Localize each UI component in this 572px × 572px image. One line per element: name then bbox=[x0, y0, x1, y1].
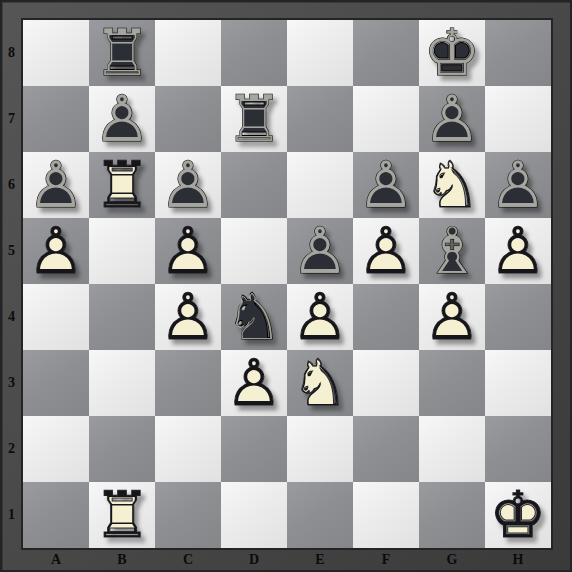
black-pawn-detail: ♙ bbox=[485, 152, 551, 218]
file-labels: ABCDEFGH bbox=[23, 548, 551, 572]
square-a7[interactable] bbox=[23, 86, 89, 152]
square-h6[interactable]: ♟♙ bbox=[485, 152, 551, 218]
rank-label-3: 3 bbox=[0, 350, 23, 416]
square-d5[interactable] bbox=[221, 218, 287, 284]
square-g4[interactable]: ♟♙ bbox=[419, 284, 485, 350]
rank-labels: 87654321 bbox=[0, 20, 23, 548]
square-f5[interactable]: ♟♙ bbox=[353, 218, 419, 284]
square-g7[interactable]: ♟♙ bbox=[419, 86, 485, 152]
square-a3[interactable] bbox=[23, 350, 89, 416]
square-e2[interactable] bbox=[287, 416, 353, 482]
square-e4[interactable]: ♟♙ bbox=[287, 284, 353, 350]
white-pawn-detail: ♙ bbox=[287, 284, 353, 350]
rank-label-5: 5 bbox=[0, 218, 23, 284]
square-b6[interactable]: ♜♖ bbox=[89, 152, 155, 218]
square-e1[interactable] bbox=[287, 482, 353, 548]
white-pawn-detail: ♙ bbox=[23, 218, 89, 284]
white-king-detail: ♔ bbox=[485, 482, 551, 548]
square-b2[interactable] bbox=[89, 416, 155, 482]
black-knight[interactable]: ♞♘ bbox=[221, 284, 287, 350]
black-rook[interactable]: ♜♖ bbox=[89, 20, 155, 86]
black-bishop[interactable]: ♝♗ bbox=[419, 218, 485, 284]
square-b7[interactable]: ♟♙ bbox=[89, 86, 155, 152]
black-king[interactable]: ♚♔ bbox=[419, 20, 485, 86]
rank-label-6: 6 bbox=[0, 152, 23, 218]
square-h1[interactable]: ♚♔ bbox=[485, 482, 551, 548]
square-f3[interactable] bbox=[353, 350, 419, 416]
square-b4[interactable] bbox=[89, 284, 155, 350]
square-e5[interactable]: ♟♙ bbox=[287, 218, 353, 284]
white-rook-detail: ♖ bbox=[89, 482, 155, 548]
square-a6[interactable]: ♟♙ bbox=[23, 152, 89, 218]
black-rook-detail: ♖ bbox=[89, 20, 155, 86]
white-rook[interactable]: ♜♖ bbox=[89, 152, 155, 218]
square-d2[interactable] bbox=[221, 416, 287, 482]
square-c6[interactable]: ♟♙ bbox=[155, 152, 221, 218]
square-a5[interactable]: ♟♙ bbox=[23, 218, 89, 284]
black-pawn[interactable]: ♟♙ bbox=[23, 152, 89, 218]
white-pawn-detail: ♙ bbox=[221, 350, 287, 416]
square-f4[interactable] bbox=[353, 284, 419, 350]
square-f8[interactable] bbox=[353, 20, 419, 86]
square-h4[interactable] bbox=[485, 284, 551, 350]
square-f2[interactable] bbox=[353, 416, 419, 482]
square-a1[interactable] bbox=[23, 482, 89, 548]
white-knight-detail: ♘ bbox=[419, 152, 485, 218]
rank-label-4: 4 bbox=[0, 284, 23, 350]
white-pawn[interactable]: ♟♙ bbox=[155, 284, 221, 350]
white-king[interactable]: ♚♔ bbox=[485, 482, 551, 548]
square-h8[interactable] bbox=[485, 20, 551, 86]
white-pawn-detail: ♙ bbox=[155, 284, 221, 350]
square-e7[interactable] bbox=[287, 86, 353, 152]
square-d6[interactable] bbox=[221, 152, 287, 218]
square-b3[interactable] bbox=[89, 350, 155, 416]
white-rook[interactable]: ♜♖ bbox=[89, 482, 155, 548]
square-a8[interactable] bbox=[23, 20, 89, 86]
square-a2[interactable] bbox=[23, 416, 89, 482]
square-b8[interactable]: ♜♖ bbox=[89, 20, 155, 86]
chess-diagram: { "game": "chess", "position": { "fen": … bbox=[0, 0, 572, 572]
file-label-a: A bbox=[23, 548, 89, 572]
white-pawn-detail: ♙ bbox=[485, 218, 551, 284]
square-e8[interactable] bbox=[287, 20, 353, 86]
black-pawn[interactable]: ♟♙ bbox=[155, 152, 221, 218]
square-d3[interactable]: ♟♙ bbox=[221, 350, 287, 416]
white-knight-detail: ♘ bbox=[287, 350, 353, 416]
black-pawn[interactable]: ♟♙ bbox=[419, 86, 485, 152]
square-d7[interactable]: ♜♖ bbox=[221, 86, 287, 152]
square-h5[interactable]: ♟♙ bbox=[485, 218, 551, 284]
square-g6[interactable]: ♞♘ bbox=[419, 152, 485, 218]
square-f6[interactable]: ♟♙ bbox=[353, 152, 419, 218]
square-f7[interactable] bbox=[353, 86, 419, 152]
white-pawn[interactable]: ♟♙ bbox=[221, 350, 287, 416]
white-knight[interactable]: ♞♘ bbox=[419, 152, 485, 218]
square-d4[interactable]: ♞♘ bbox=[221, 284, 287, 350]
board: ♜♖♚♔♟♙♜♖♟♙♟♙♜♖♟♙♟♙♞♘♟♙♟♙♟♙♟♙♟♙♝♗♟♙♟♙♞♘♟♙… bbox=[23, 20, 551, 548]
white-pawn-detail: ♙ bbox=[353, 218, 419, 284]
black-rook-detail: ♖ bbox=[221, 86, 287, 152]
white-pawn-detail: ♙ bbox=[419, 284, 485, 350]
file-label-b: B bbox=[89, 548, 155, 572]
black-pawn[interactable]: ♟♙ bbox=[485, 152, 551, 218]
white-pawn[interactable]: ♟♙ bbox=[353, 218, 419, 284]
square-c4[interactable]: ♟♙ bbox=[155, 284, 221, 350]
square-h3[interactable] bbox=[485, 350, 551, 416]
black-king-detail: ♔ bbox=[419, 20, 485, 86]
square-h2[interactable] bbox=[485, 416, 551, 482]
square-h7[interactable] bbox=[485, 86, 551, 152]
square-g5[interactable]: ♝♗ bbox=[419, 218, 485, 284]
black-rook[interactable]: ♜♖ bbox=[221, 86, 287, 152]
file-label-g: G bbox=[419, 548, 485, 572]
square-c1[interactable] bbox=[155, 482, 221, 548]
white-pawn[interactable]: ♟♙ bbox=[485, 218, 551, 284]
file-label-h: H bbox=[485, 548, 551, 572]
black-pawn-detail: ♙ bbox=[287, 218, 353, 284]
black-pawn[interactable]: ♟♙ bbox=[353, 152, 419, 218]
square-e6[interactable] bbox=[287, 152, 353, 218]
square-e3[interactable]: ♞♘ bbox=[287, 350, 353, 416]
black-pawn[interactable]: ♟♙ bbox=[89, 86, 155, 152]
white-pawn-detail: ♙ bbox=[155, 218, 221, 284]
black-pawn-detail: ♙ bbox=[353, 152, 419, 218]
black-pawn-detail: ♙ bbox=[89, 86, 155, 152]
black-pawn-detail: ♙ bbox=[419, 86, 485, 152]
white-rook-detail: ♖ bbox=[89, 152, 155, 218]
square-b1[interactable]: ♜♖ bbox=[89, 482, 155, 548]
black-pawn-detail: ♙ bbox=[155, 152, 221, 218]
rank-label-7: 7 bbox=[0, 86, 23, 152]
black-knight-detail: ♘ bbox=[221, 284, 287, 350]
square-f1[interactable] bbox=[353, 482, 419, 548]
black-pawn-detail: ♙ bbox=[23, 152, 89, 218]
square-c3[interactable] bbox=[155, 350, 221, 416]
square-d8[interactable] bbox=[221, 20, 287, 86]
square-c5[interactable]: ♟♙ bbox=[155, 218, 221, 284]
rank-label-1: 1 bbox=[0, 482, 23, 548]
white-pawn[interactable]: ♟♙ bbox=[23, 218, 89, 284]
square-c7[interactable] bbox=[155, 86, 221, 152]
square-g1[interactable] bbox=[419, 482, 485, 548]
white-pawn[interactable]: ♟♙ bbox=[155, 218, 221, 284]
white-pawn[interactable]: ♟♙ bbox=[287, 284, 353, 350]
square-b5[interactable] bbox=[89, 218, 155, 284]
square-g3[interactable] bbox=[419, 350, 485, 416]
file-label-e: E bbox=[287, 548, 353, 572]
file-label-d: D bbox=[221, 548, 287, 572]
square-c2[interactable] bbox=[155, 416, 221, 482]
white-knight[interactable]: ♞♘ bbox=[287, 350, 353, 416]
square-a4[interactable] bbox=[23, 284, 89, 350]
black-bishop-detail: ♗ bbox=[419, 218, 485, 284]
square-g8[interactable]: ♚♔ bbox=[419, 20, 485, 86]
white-pawn[interactable]: ♟♙ bbox=[419, 284, 485, 350]
square-g2[interactable] bbox=[419, 416, 485, 482]
rank-label-8: 8 bbox=[0, 20, 23, 86]
rank-label-2: 2 bbox=[0, 416, 23, 482]
square-c8[interactable] bbox=[155, 20, 221, 86]
black-pawn[interactable]: ♟♙ bbox=[287, 218, 353, 284]
file-label-f: F bbox=[353, 548, 419, 572]
file-label-c: C bbox=[155, 548, 221, 572]
square-d1[interactable] bbox=[221, 482, 287, 548]
